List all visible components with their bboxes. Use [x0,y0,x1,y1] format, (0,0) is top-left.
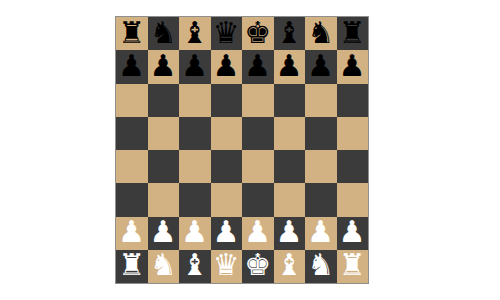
piece-black-pawn: ♟ [181,51,208,81]
piece-black-pawn: ♟ [276,51,303,81]
square-f3[interactable] [274,183,306,216]
square-e1[interactable]: ♚ [242,250,274,283]
square-h4[interactable] [337,150,369,183]
piece-black-bishop: ♝ [181,18,208,48]
square-b8[interactable]: ♞ [148,17,180,50]
square-c7[interactable]: ♟ [179,50,211,83]
square-a7[interactable]: ♟ [116,50,148,83]
piece-white-pawn: ♟ [118,217,145,247]
piece-white-rook: ♜ [339,250,366,280]
square-c1[interactable]: ♝ [179,250,211,283]
square-g2[interactable]: ♟ [305,217,337,250]
square-h1[interactable]: ♜ [337,250,369,283]
square-c2[interactable]: ♟ [179,217,211,250]
square-g8[interactable]: ♞ [305,17,337,50]
square-d1[interactable]: ♛ [211,250,243,283]
piece-black-queen: ♛ [213,18,240,48]
piece-white-pawn: ♟ [276,217,303,247]
square-c8[interactable]: ♝ [179,17,211,50]
piece-white-pawn: ♟ [307,217,334,247]
square-d8[interactable]: ♛ [211,17,243,50]
piece-white-knight: ♞ [307,250,334,280]
square-c4[interactable] [179,150,211,183]
square-c6[interactable] [179,84,211,117]
piece-black-knight: ♞ [307,18,334,48]
square-f7[interactable]: ♟ [274,50,306,83]
piece-white-knight: ♞ [150,250,177,280]
square-a6[interactable] [116,84,148,117]
square-b1[interactable]: ♞ [148,250,180,283]
square-g6[interactable] [305,84,337,117]
piece-black-king: ♚ [244,18,271,48]
square-d4[interactable] [211,150,243,183]
square-d6[interactable] [211,84,243,117]
piece-white-pawn: ♟ [339,217,366,247]
square-h6[interactable] [337,84,369,117]
square-g5[interactable] [305,117,337,150]
page-background: ♜♞♝♛♚♝♞♜♟♟♟♟♟♟♟♟♟♟♟♟♟♟♟♟♜♞♝♛♚♝♞♜ [0,0,500,300]
square-h2[interactable]: ♟ [337,217,369,250]
piece-white-pawn: ♟ [244,217,271,247]
piece-black-pawn: ♟ [118,51,145,81]
square-a8[interactable]: ♜ [116,17,148,50]
square-f6[interactable] [274,84,306,117]
square-h7[interactable]: ♟ [337,50,369,83]
square-g3[interactable] [305,183,337,216]
piece-black-pawn: ♟ [213,51,240,81]
square-e2[interactable]: ♟ [242,217,274,250]
square-h5[interactable] [337,117,369,150]
square-e4[interactable] [242,150,274,183]
square-b6[interactable] [148,84,180,117]
square-e7[interactable]: ♟ [242,50,274,83]
piece-white-pawn: ♟ [150,217,177,247]
square-a5[interactable] [116,117,148,150]
square-b3[interactable] [148,183,180,216]
piece-white-bishop: ♝ [276,250,303,280]
square-f5[interactable] [274,117,306,150]
piece-black-pawn: ♟ [150,51,177,81]
chess-board: ♜♞♝♛♚♝♞♜♟♟♟♟♟♟♟♟♟♟♟♟♟♟♟♟♜♞♝♛♚♝♞♜ [115,16,369,284]
square-c3[interactable] [179,183,211,216]
piece-white-bishop: ♝ [181,250,208,280]
square-d7[interactable]: ♟ [211,50,243,83]
square-f4[interactable] [274,150,306,183]
piece-black-knight: ♞ [150,18,177,48]
piece-white-pawn: ♟ [213,217,240,247]
square-c5[interactable] [179,117,211,150]
square-e6[interactable] [242,84,274,117]
square-a4[interactable] [116,150,148,183]
piece-white-king: ♚ [244,250,271,280]
square-b4[interactable] [148,150,180,183]
piece-white-pawn: ♟ [181,217,208,247]
piece-black-pawn: ♟ [339,51,366,81]
square-f2[interactable]: ♟ [274,217,306,250]
piece-black-pawn: ♟ [244,51,271,81]
square-e3[interactable] [242,183,274,216]
piece-black-pawn: ♟ [307,51,334,81]
square-b7[interactable]: ♟ [148,50,180,83]
square-g7[interactable]: ♟ [305,50,337,83]
square-h8[interactable]: ♜ [337,17,369,50]
square-g1[interactable]: ♞ [305,250,337,283]
piece-white-rook: ♜ [118,250,145,280]
piece-black-rook: ♜ [339,18,366,48]
square-a3[interactable] [116,183,148,216]
square-d5[interactable] [211,117,243,150]
square-b5[interactable] [148,117,180,150]
square-d2[interactable]: ♟ [211,217,243,250]
piece-black-bishop: ♝ [276,18,303,48]
square-a1[interactable]: ♜ [116,250,148,283]
square-b2[interactable]: ♟ [148,217,180,250]
piece-white-queen: ♛ [213,250,240,280]
square-d3[interactable] [211,183,243,216]
square-g4[interactable] [305,150,337,183]
square-f8[interactable]: ♝ [274,17,306,50]
square-e5[interactable] [242,117,274,150]
square-h3[interactable] [337,183,369,216]
piece-black-rook: ♜ [118,18,145,48]
square-f1[interactable]: ♝ [274,250,306,283]
square-a2[interactable]: ♟ [116,217,148,250]
square-e8[interactable]: ♚ [242,17,274,50]
